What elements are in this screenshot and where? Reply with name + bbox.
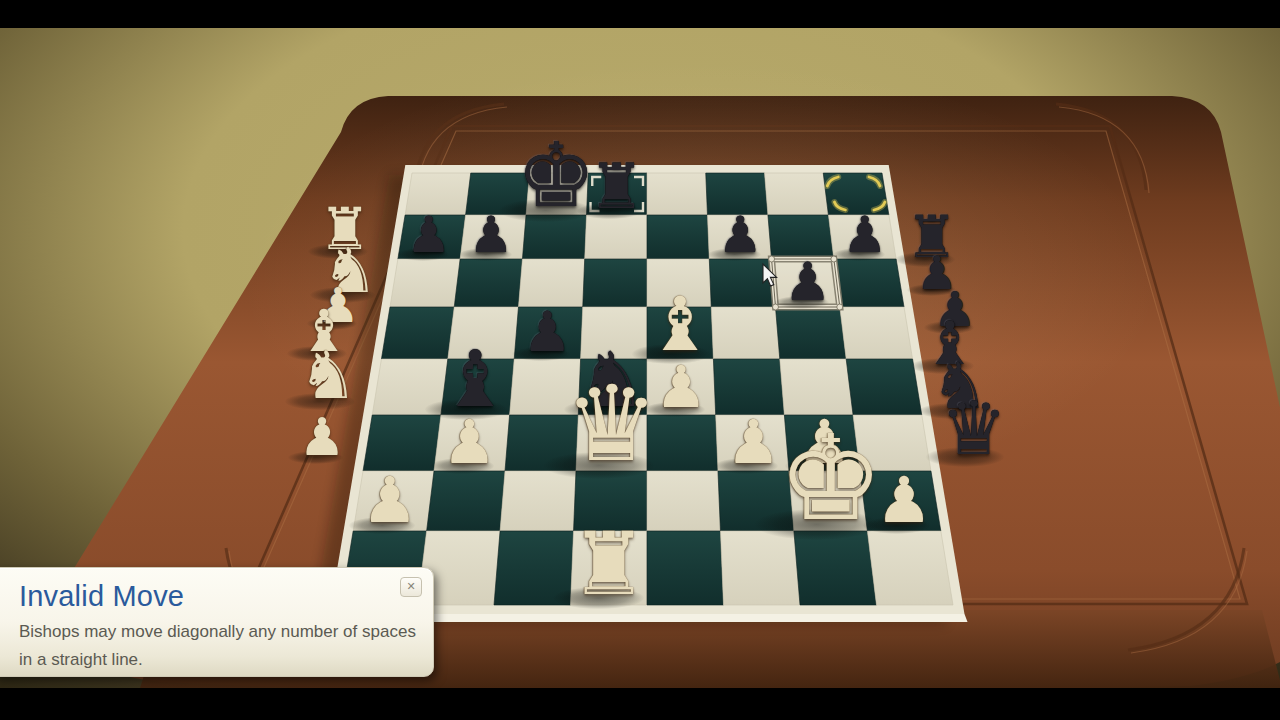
square-h5[interactable]	[840, 307, 913, 359]
square-e1[interactable]	[647, 531, 724, 605]
invalid-move-dialog: ✕ Invalid Move Bishops may move diagonal…	[0, 567, 434, 677]
captured-black-queen: ♛	[937, 391, 1011, 465]
square-a6[interactable]	[390, 259, 460, 307]
square-h6[interactable]	[834, 259, 904, 307]
letterbox-bar-top	[0, 0, 1280, 28]
piece-black-rook-d8[interactable]: ♜	[586, 156, 648, 218]
piece-black-pawn-h7[interactable]: ♟	[840, 210, 890, 260]
square-b6[interactable]	[454, 259, 522, 307]
square-f6[interactable]	[709, 259, 775, 307]
square-e2[interactable]	[647, 471, 720, 531]
square-g5[interactable]	[776, 307, 847, 359]
square-f5[interactable]	[711, 307, 780, 359]
square-e8[interactable]	[647, 173, 707, 215]
captured-white-pawn: ♟	[296, 411, 348, 463]
hover-frame-corner-ornament	[837, 304, 843, 310]
letterbox-bar-bottom	[0, 688, 1280, 720]
hover-frame-corner-ornament	[769, 256, 775, 262]
piece-black-pawn-c5[interactable]: ♟	[520, 305, 575, 360]
square-d6[interactable]	[583, 259, 647, 307]
dialog-body-text: Bishops may move diagonally any number o…	[19, 618, 419, 673]
chess-titans-screen: ♚♜♜♟♟♟♟♜♟♞♟♟♟♝♟♝♝♞♝♞♟♞♟♛♟♛♟♟♟♚♟♜ ✕ Inval…	[0, 0, 1280, 720]
piece-white-rook-d1[interactable]: ♜	[566, 521, 652, 607]
piece-white-queen-d3[interactable]: ♛	[559, 372, 664, 477]
game-scene: ♚♜♜♟♟♟♟♜♟♞♟♟♟♝♟♝♝♞♝♞♟♞♟♛♟♛♟♟♟♚♟♜ ✕ Inval…	[0, 0, 1280, 720]
square-e7[interactable]	[647, 215, 709, 259]
square-h4[interactable]	[846, 359, 922, 415]
close-icon: ✕	[406, 580, 415, 593]
square-g8[interactable]	[765, 173, 829, 215]
square-c1[interactable]	[494, 531, 574, 605]
piece-white-pawn-a2[interactable]: ♟	[358, 469, 421, 532]
piece-black-pawn-b7[interactable]: ♟	[466, 210, 516, 260]
dialog-close-button[interactable]: ✕	[400, 577, 422, 597]
hover-frame-corner-ornament	[773, 304, 779, 310]
piece-white-pawn-h2[interactable]: ♟	[872, 469, 935, 532]
piece-black-pawn-f7[interactable]: ♟	[715, 210, 765, 260]
captured-white-knight: ♞	[295, 343, 361, 409]
dialog-title: Invalid Move	[19, 580, 184, 613]
piece-black-pawn-a7[interactable]: ♟	[404, 210, 454, 260]
square-b2[interactable]	[427, 471, 505, 531]
piece-white-bishop-e5[interactable]: ♝	[643, 288, 717, 362]
piece-white-pawn-b3[interactable]: ♟	[439, 412, 500, 473]
piece-black-pawn-g6[interactable]: ♟	[781, 256, 834, 309]
